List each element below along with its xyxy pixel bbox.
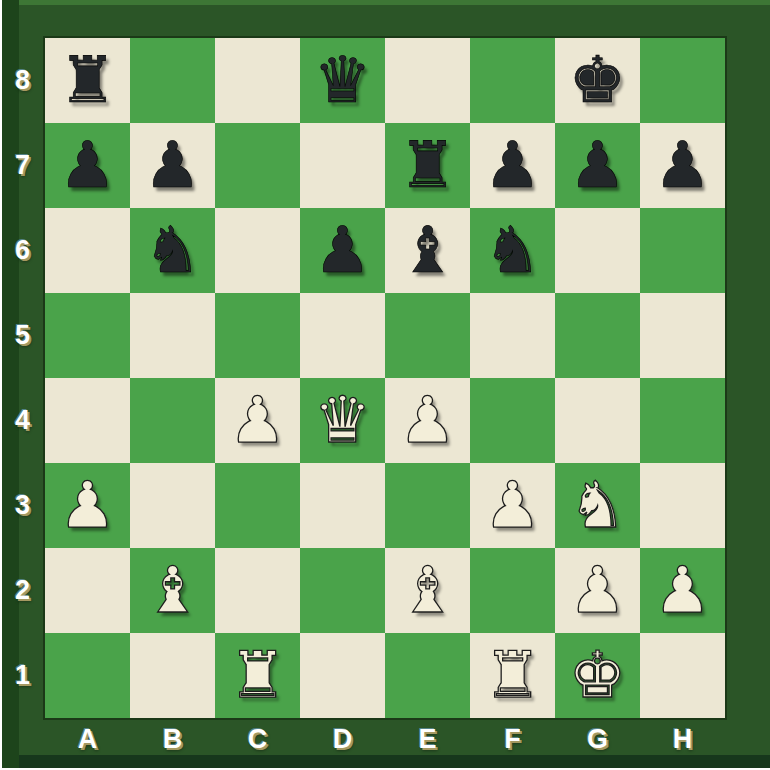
rank-label-8: 8: [0, 38, 45, 123]
piece-white-pawn-c4[interactable]: ♟: [215, 378, 300, 463]
square-e6[interactable]: ♝: [385, 208, 470, 293]
square-d8[interactable]: ♛: [300, 38, 385, 123]
file-label-c: C: [215, 720, 300, 760]
square-g1[interactable]: ♚: [555, 633, 640, 718]
rank-label-3: 3: [0, 463, 45, 548]
file-label-f: F: [470, 720, 555, 760]
square-e4[interactable]: ♟: [385, 378, 470, 463]
square-e7[interactable]: ♜: [385, 123, 470, 208]
piece-white-pawn-g2[interactable]: ♟: [555, 548, 640, 633]
square-d6[interactable]: ♟: [300, 208, 385, 293]
square-b1[interactable]: [130, 633, 215, 718]
square-e3[interactable]: [385, 463, 470, 548]
square-c5[interactable]: [215, 293, 300, 378]
square-g2[interactable]: ♟: [555, 548, 640, 633]
rank-labels: 87654321: [0, 38, 45, 718]
rank-label-2: 2: [0, 548, 45, 633]
file-label-a: A: [45, 720, 130, 760]
square-e1[interactable]: [385, 633, 470, 718]
square-c7[interactable]: [215, 123, 300, 208]
square-a2[interactable]: [45, 548, 130, 633]
square-b2[interactable]: ♝: [130, 548, 215, 633]
piece-white-pawn-f3[interactable]: ♟: [470, 463, 555, 548]
piece-black-rook-a8[interactable]: ♜: [45, 38, 130, 123]
square-h3[interactable]: [640, 463, 725, 548]
piece-white-pawn-e4[interactable]: ♟: [385, 378, 470, 463]
piece-white-queen-d4[interactable]: ♛: [300, 378, 385, 463]
file-label-h: H: [640, 720, 725, 760]
square-f5[interactable]: [470, 293, 555, 378]
square-b8[interactable]: [130, 38, 215, 123]
piece-black-pawn-g7[interactable]: ♟: [555, 123, 640, 208]
piece-white-rook-f1[interactable]: ♜: [470, 633, 555, 718]
file-label-e: E: [385, 720, 470, 760]
piece-white-pawn-h2[interactable]: ♟: [640, 548, 725, 633]
square-g6[interactable]: [555, 208, 640, 293]
rank-label-4: 4: [0, 378, 45, 463]
square-f4[interactable]: [470, 378, 555, 463]
square-d2[interactable]: [300, 548, 385, 633]
rank-label-6: 6: [0, 208, 45, 293]
square-a6[interactable]: [45, 208, 130, 293]
square-a3[interactable]: ♟: [45, 463, 130, 548]
file-label-g: G: [555, 720, 640, 760]
square-h7[interactable]: ♟: [640, 123, 725, 208]
square-b3[interactable]: [130, 463, 215, 548]
piece-black-knight-f6[interactable]: ♞: [470, 208, 555, 293]
frame-bevel-top: [19, 0, 770, 5]
square-c8[interactable]: [215, 38, 300, 123]
square-b4[interactable]: [130, 378, 215, 463]
square-f7[interactable]: ♟: [470, 123, 555, 208]
piece-white-rook-c1[interactable]: ♜: [215, 633, 300, 718]
square-c6[interactable]: [215, 208, 300, 293]
square-b7[interactable]: ♟: [130, 123, 215, 208]
rank-label-7: 7: [0, 123, 45, 208]
piece-black-pawn-f7[interactable]: ♟: [470, 123, 555, 208]
file-label-b: B: [130, 720, 215, 760]
piece-black-queen-d8[interactable]: ♛: [300, 38, 385, 123]
square-a8[interactable]: ♜: [45, 38, 130, 123]
square-a1[interactable]: [45, 633, 130, 718]
piece-white-bishop-e2[interactable]: ♝: [385, 548, 470, 633]
square-c1[interactable]: ♜: [215, 633, 300, 718]
square-h6[interactable]: [640, 208, 725, 293]
rank-label-1: 1: [0, 633, 45, 718]
piece-white-pawn-a3[interactable]: ♟: [45, 463, 130, 548]
square-a5[interactable]: [45, 293, 130, 378]
file-label-d: D: [300, 720, 385, 760]
square-h4[interactable]: [640, 378, 725, 463]
piece-black-pawn-a7[interactable]: ♟: [45, 123, 130, 208]
square-f1[interactable]: ♜: [470, 633, 555, 718]
square-d3[interactable]: [300, 463, 385, 548]
square-a7[interactable]: ♟: [45, 123, 130, 208]
square-g4[interactable]: [555, 378, 640, 463]
square-f2[interactable]: [470, 548, 555, 633]
piece-black-knight-b6[interactable]: ♞: [130, 208, 215, 293]
piece-black-rook-e7[interactable]: ♜: [385, 123, 470, 208]
piece-black-pawn-h7[interactable]: ♟: [640, 123, 725, 208]
piece-black-pawn-d6[interactable]: ♟: [300, 208, 385, 293]
piece-black-bishop-e6[interactable]: ♝: [385, 208, 470, 293]
rank-label-5: 5: [0, 293, 45, 378]
square-g7[interactable]: ♟: [555, 123, 640, 208]
square-c2[interactable]: [215, 548, 300, 633]
square-e5[interactable]: [385, 293, 470, 378]
piece-white-king-g1[interactable]: ♚: [555, 633, 640, 718]
square-c4[interactable]: ♟: [215, 378, 300, 463]
square-h1[interactable]: [640, 633, 725, 718]
square-h5[interactable]: [640, 293, 725, 378]
square-h8[interactable]: [640, 38, 725, 123]
piece-white-knight-g3[interactable]: ♞: [555, 463, 640, 548]
square-c3[interactable]: [215, 463, 300, 548]
square-d1[interactable]: [300, 633, 385, 718]
square-g3[interactable]: ♞: [555, 463, 640, 548]
square-b6[interactable]: ♞: [130, 208, 215, 293]
square-d5[interactable]: [300, 293, 385, 378]
square-e2[interactable]: ♝: [385, 548, 470, 633]
board-frame: 87654321 ♜♛♚♟♟♜♟♟♟♞♟♝♞♟♛♟♟♟♞♝♝♟♟♜♜♚ ABCD…: [0, 0, 770, 770]
square-f3[interactable]: ♟: [470, 463, 555, 548]
square-f8[interactable]: [470, 38, 555, 123]
square-d4[interactable]: ♛: [300, 378, 385, 463]
square-d7[interactable]: [300, 123, 385, 208]
square-f6[interactable]: ♞: [470, 208, 555, 293]
file-labels: ABCDEFGH: [45, 720, 725, 760]
square-a4[interactable]: [45, 378, 130, 463]
square-e8[interactable]: [385, 38, 470, 123]
square-b5[interactable]: [130, 293, 215, 378]
piece-white-bishop-b2[interactable]: ♝: [130, 548, 215, 633]
square-h2[interactable]: ♟: [640, 548, 725, 633]
chess-board[interactable]: ♜♛♚♟♟♜♟♟♟♞♟♝♞♟♛♟♟♟♞♝♝♟♟♜♜♚: [45, 38, 725, 718]
piece-black-pawn-b7[interactable]: ♟: [130, 123, 215, 208]
square-g8[interactable]: ♚: [555, 38, 640, 123]
piece-black-king-g8[interactable]: ♚: [555, 38, 640, 123]
square-g5[interactable]: [555, 293, 640, 378]
